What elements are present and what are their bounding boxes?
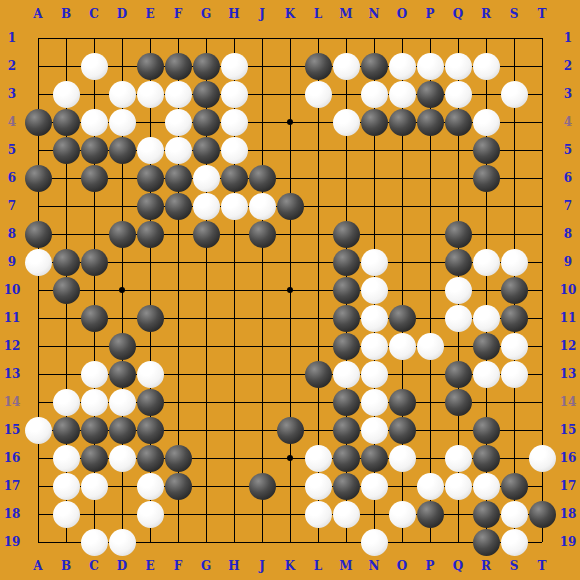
- intersection-s7[interactable]: [500, 192, 528, 220]
- intersection-n3[interactable]: [360, 80, 388, 108]
- intersection-t7[interactable]: [528, 192, 556, 220]
- intersection-h13[interactable]: [220, 360, 248, 388]
- intersection-s3[interactable]: [500, 80, 528, 108]
- intersection-h5[interactable]: [220, 136, 248, 164]
- black-stone-c16[interactable]: [81, 445, 108, 472]
- white-stone-r2[interactable]: [473, 53, 500, 80]
- black-stone-s17[interactable]: [501, 473, 528, 500]
- intersection-g7[interactable]: [192, 192, 220, 220]
- intersection-s9[interactable]: [500, 248, 528, 276]
- intersection-b14[interactable]: [52, 388, 80, 416]
- intersection-a8[interactable]: [24, 220, 52, 248]
- black-stone-k7[interactable]: [277, 193, 304, 220]
- intersection-c3[interactable]: [80, 80, 108, 108]
- white-stone-s18[interactable]: [501, 501, 528, 528]
- intersection-p8[interactable]: [416, 220, 444, 248]
- intersection-k12[interactable]: [276, 332, 304, 360]
- intersection-k8[interactable]: [276, 220, 304, 248]
- white-stone-l17[interactable]: [305, 473, 332, 500]
- black-stone-n16[interactable]: [361, 445, 388, 472]
- black-stone-b15[interactable]: [53, 417, 80, 444]
- intersection-j18[interactable]: [248, 500, 276, 528]
- intersection-o10[interactable]: [388, 276, 416, 304]
- black-stone-f7[interactable]: [165, 193, 192, 220]
- white-stone-f5[interactable]: [165, 137, 192, 164]
- intersection-a4[interactable]: [24, 108, 52, 136]
- intersection-k16[interactable]: [276, 444, 304, 472]
- intersection-c2[interactable]: [80, 52, 108, 80]
- white-stone-p2[interactable]: [417, 53, 444, 80]
- intersection-a6[interactable]: [24, 164, 52, 192]
- intersection-p7[interactable]: [416, 192, 444, 220]
- intersection-l5[interactable]: [304, 136, 332, 164]
- black-stone-b5[interactable]: [53, 137, 80, 164]
- intersection-m14[interactable]: [332, 388, 360, 416]
- intersection-o2[interactable]: [388, 52, 416, 80]
- intersection-c17[interactable]: [80, 472, 108, 500]
- black-stone-g5[interactable]: [193, 137, 220, 164]
- black-stone-s11[interactable]: [501, 305, 528, 332]
- intersection-b5[interactable]: [52, 136, 80, 164]
- intersection-r13[interactable]: [472, 360, 500, 388]
- intersection-b18[interactable]: [52, 500, 80, 528]
- intersection-t16[interactable]: [528, 444, 556, 472]
- intersection-l14[interactable]: [304, 388, 332, 416]
- intersection-r8[interactable]: [472, 220, 500, 248]
- intersection-g11[interactable]: [192, 304, 220, 332]
- intersection-m19[interactable]: [332, 528, 360, 556]
- black-stone-q8[interactable]: [445, 221, 472, 248]
- intersection-m8[interactable]: [332, 220, 360, 248]
- intersection-d10[interactable]: [108, 276, 136, 304]
- intersection-l13[interactable]: [304, 360, 332, 388]
- intersection-e3[interactable]: [136, 80, 164, 108]
- intersection-t8[interactable]: [528, 220, 556, 248]
- black-stone-o11[interactable]: [389, 305, 416, 332]
- intersection-n12[interactable]: [360, 332, 388, 360]
- black-stone-f6[interactable]: [165, 165, 192, 192]
- intersection-f13[interactable]: [164, 360, 192, 388]
- white-stone-n19[interactable]: [361, 529, 388, 556]
- intersection-e4[interactable]: [136, 108, 164, 136]
- intersection-c13[interactable]: [80, 360, 108, 388]
- intersection-j6[interactable]: [248, 164, 276, 192]
- intersection-e6[interactable]: [136, 164, 164, 192]
- intersection-q12[interactable]: [444, 332, 472, 360]
- intersection-n7[interactable]: [360, 192, 388, 220]
- intersection-s4[interactable]: [500, 108, 528, 136]
- intersection-n8[interactable]: [360, 220, 388, 248]
- black-stone-e14[interactable]: [137, 389, 164, 416]
- intersection-e2[interactable]: [136, 52, 164, 80]
- intersection-c19[interactable]: [80, 528, 108, 556]
- intersection-n19[interactable]: [360, 528, 388, 556]
- intersection-p16[interactable]: [416, 444, 444, 472]
- intersection-p13[interactable]: [416, 360, 444, 388]
- intersection-e8[interactable]: [136, 220, 164, 248]
- intersection-n11[interactable]: [360, 304, 388, 332]
- intersection-c4[interactable]: [80, 108, 108, 136]
- intersection-k9[interactable]: [276, 248, 304, 276]
- intersection-f8[interactable]: [164, 220, 192, 248]
- white-stone-m2[interactable]: [333, 53, 360, 80]
- intersection-g5[interactable]: [192, 136, 220, 164]
- white-stone-c4[interactable]: [81, 109, 108, 136]
- black-stone-d5[interactable]: [109, 137, 136, 164]
- intersection-b13[interactable]: [52, 360, 80, 388]
- intersection-l17[interactable]: [304, 472, 332, 500]
- white-stone-r17[interactable]: [473, 473, 500, 500]
- intersection-e12[interactable]: [136, 332, 164, 360]
- intersection-l9[interactable]: [304, 248, 332, 276]
- intersection-l12[interactable]: [304, 332, 332, 360]
- intersection-h7[interactable]: [220, 192, 248, 220]
- intersection-e17[interactable]: [136, 472, 164, 500]
- white-stone-f3[interactable]: [165, 81, 192, 108]
- black-stone-m15[interactable]: [333, 417, 360, 444]
- intersection-b1[interactable]: [52, 24, 80, 52]
- black-stone-r15[interactable]: [473, 417, 500, 444]
- intersection-a7[interactable]: [24, 192, 52, 220]
- intersection-s13[interactable]: [500, 360, 528, 388]
- intersection-h4[interactable]: [220, 108, 248, 136]
- intersection-j16[interactable]: [248, 444, 276, 472]
- white-stone-d3[interactable]: [109, 81, 136, 108]
- white-stone-e17[interactable]: [137, 473, 164, 500]
- intersection-a12[interactable]: [24, 332, 52, 360]
- intersection-o8[interactable]: [388, 220, 416, 248]
- intersection-c12[interactable]: [80, 332, 108, 360]
- intersection-r7[interactable]: [472, 192, 500, 220]
- white-stone-n13[interactable]: [361, 361, 388, 388]
- intersection-c15[interactable]: [80, 416, 108, 444]
- black-stone-a4[interactable]: [25, 109, 52, 136]
- intersection-q19[interactable]: [444, 528, 472, 556]
- intersection-j8[interactable]: [248, 220, 276, 248]
- white-stone-b14[interactable]: [53, 389, 80, 416]
- black-stone-n2[interactable]: [361, 53, 388, 80]
- intersection-f2[interactable]: [164, 52, 192, 80]
- intersection-o19[interactable]: [388, 528, 416, 556]
- intersection-o18[interactable]: [388, 500, 416, 528]
- black-stone-p18[interactable]: [417, 501, 444, 528]
- intersection-m5[interactable]: [332, 136, 360, 164]
- intersection-j4[interactable]: [248, 108, 276, 136]
- intersection-n4[interactable]: [360, 108, 388, 136]
- intersection-e5[interactable]: [136, 136, 164, 164]
- intersection-e10[interactable]: [136, 276, 164, 304]
- white-stone-n11[interactable]: [361, 305, 388, 332]
- intersection-h19[interactable]: [220, 528, 248, 556]
- white-stone-s19[interactable]: [501, 529, 528, 556]
- white-stone-m13[interactable]: [333, 361, 360, 388]
- intersection-c10[interactable]: [80, 276, 108, 304]
- intersection-a14[interactable]: [24, 388, 52, 416]
- intersection-j5[interactable]: [248, 136, 276, 164]
- white-stone-e3[interactable]: [137, 81, 164, 108]
- intersection-b4[interactable]: [52, 108, 80, 136]
- black-stone-r19[interactable]: [473, 529, 500, 556]
- intersection-r1[interactable]: [472, 24, 500, 52]
- intersection-j10[interactable]: [248, 276, 276, 304]
- intersection-n17[interactable]: [360, 472, 388, 500]
- intersection-c18[interactable]: [80, 500, 108, 528]
- intersection-q5[interactable]: [444, 136, 472, 164]
- intersection-p19[interactable]: [416, 528, 444, 556]
- black-stone-f16[interactable]: [165, 445, 192, 472]
- white-stone-n17[interactable]: [361, 473, 388, 500]
- intersection-t17[interactable]: [528, 472, 556, 500]
- black-stone-e8[interactable]: [137, 221, 164, 248]
- intersection-a18[interactable]: [24, 500, 52, 528]
- white-stone-m4[interactable]: [333, 109, 360, 136]
- intersection-e7[interactable]: [136, 192, 164, 220]
- black-stone-j6[interactable]: [249, 165, 276, 192]
- intersection-a19[interactable]: [24, 528, 52, 556]
- intersection-o9[interactable]: [388, 248, 416, 276]
- intersection-e16[interactable]: [136, 444, 164, 472]
- white-stone-r11[interactable]: [473, 305, 500, 332]
- black-stone-m10[interactable]: [333, 277, 360, 304]
- white-stone-o16[interactable]: [389, 445, 416, 472]
- intersection-a15[interactable]: [24, 416, 52, 444]
- intersection-d7[interactable]: [108, 192, 136, 220]
- intersection-o7[interactable]: [388, 192, 416, 220]
- intersection-a17[interactable]: [24, 472, 52, 500]
- intersection-a1[interactable]: [24, 24, 52, 52]
- intersection-c11[interactable]: [80, 304, 108, 332]
- intersection-q4[interactable]: [444, 108, 472, 136]
- intersection-r14[interactable]: [472, 388, 500, 416]
- black-stone-o4[interactable]: [389, 109, 416, 136]
- intersection-f14[interactable]: [164, 388, 192, 416]
- black-stone-c11[interactable]: [81, 305, 108, 332]
- intersection-r5[interactable]: [472, 136, 500, 164]
- intersection-g2[interactable]: [192, 52, 220, 80]
- intersection-n1[interactable]: [360, 24, 388, 52]
- intersection-p11[interactable]: [416, 304, 444, 332]
- intersection-b10[interactable]: [52, 276, 80, 304]
- intersection-c8[interactable]: [80, 220, 108, 248]
- intersection-r3[interactable]: [472, 80, 500, 108]
- intersection-c16[interactable]: [80, 444, 108, 472]
- intersection-b9[interactable]: [52, 248, 80, 276]
- black-stone-c6[interactable]: [81, 165, 108, 192]
- intersection-f16[interactable]: [164, 444, 192, 472]
- intersection-e11[interactable]: [136, 304, 164, 332]
- intersection-m11[interactable]: [332, 304, 360, 332]
- intersection-f6[interactable]: [164, 164, 192, 192]
- black-stone-r5[interactable]: [473, 137, 500, 164]
- intersection-m9[interactable]: [332, 248, 360, 276]
- intersection-e15[interactable]: [136, 416, 164, 444]
- intersection-r6[interactable]: [472, 164, 500, 192]
- intersection-s17[interactable]: [500, 472, 528, 500]
- intersection-t12[interactable]: [528, 332, 556, 360]
- intersection-f3[interactable]: [164, 80, 192, 108]
- black-stone-d8[interactable]: [109, 221, 136, 248]
- white-stone-n12[interactable]: [361, 333, 388, 360]
- intersection-o16[interactable]: [388, 444, 416, 472]
- intersection-a5[interactable]: [24, 136, 52, 164]
- black-stone-r12[interactable]: [473, 333, 500, 360]
- intersection-k19[interactable]: [276, 528, 304, 556]
- intersection-b8[interactable]: [52, 220, 80, 248]
- intersection-o15[interactable]: [388, 416, 416, 444]
- intersection-j14[interactable]: [248, 388, 276, 416]
- intersection-g1[interactable]: [192, 24, 220, 52]
- white-stone-h3[interactable]: [221, 81, 248, 108]
- intersection-h17[interactable]: [220, 472, 248, 500]
- white-stone-o18[interactable]: [389, 501, 416, 528]
- black-stone-o14[interactable]: [389, 389, 416, 416]
- black-stone-e7[interactable]: [137, 193, 164, 220]
- white-stone-o3[interactable]: [389, 81, 416, 108]
- intersection-a10[interactable]: [24, 276, 52, 304]
- intersection-f1[interactable]: [164, 24, 192, 52]
- white-stone-a15[interactable]: [25, 417, 52, 444]
- intersection-r9[interactable]: [472, 248, 500, 276]
- intersection-q7[interactable]: [444, 192, 472, 220]
- intersection-p3[interactable]: [416, 80, 444, 108]
- intersection-l19[interactable]: [304, 528, 332, 556]
- intersection-p14[interactable]: [416, 388, 444, 416]
- black-stone-s10[interactable]: [501, 277, 528, 304]
- black-stone-p3[interactable]: [417, 81, 444, 108]
- white-stone-n3[interactable]: [361, 81, 388, 108]
- intersection-p9[interactable]: [416, 248, 444, 276]
- intersection-l6[interactable]: [304, 164, 332, 192]
- intersection-q10[interactable]: [444, 276, 472, 304]
- white-stone-h5[interactable]: [221, 137, 248, 164]
- intersection-t10[interactable]: [528, 276, 556, 304]
- intersection-s8[interactable]: [500, 220, 528, 248]
- intersection-s16[interactable]: [500, 444, 528, 472]
- black-stone-m11[interactable]: [333, 305, 360, 332]
- black-stone-m17[interactable]: [333, 473, 360, 500]
- white-stone-l16[interactable]: [305, 445, 332, 472]
- intersection-f19[interactable]: [164, 528, 192, 556]
- intersection-d3[interactable]: [108, 80, 136, 108]
- black-stone-d13[interactable]: [109, 361, 136, 388]
- intersection-d4[interactable]: [108, 108, 136, 136]
- white-stone-q3[interactable]: [445, 81, 472, 108]
- intersection-d9[interactable]: [108, 248, 136, 276]
- intersection-h18[interactable]: [220, 500, 248, 528]
- intersection-f11[interactable]: [164, 304, 192, 332]
- intersection-j9[interactable]: [248, 248, 276, 276]
- intersection-b16[interactable]: [52, 444, 80, 472]
- white-stone-l3[interactable]: [305, 81, 332, 108]
- white-stone-n10[interactable]: [361, 277, 388, 304]
- black-stone-e6[interactable]: [137, 165, 164, 192]
- intersection-r15[interactable]: [472, 416, 500, 444]
- white-stone-e13[interactable]: [137, 361, 164, 388]
- black-stone-f2[interactable]: [165, 53, 192, 80]
- intersection-g9[interactable]: [192, 248, 220, 276]
- black-stone-t18[interactable]: [529, 501, 556, 528]
- intersection-n18[interactable]: [360, 500, 388, 528]
- intersection-d14[interactable]: [108, 388, 136, 416]
- intersection-p6[interactable]: [416, 164, 444, 192]
- intersection-l3[interactable]: [304, 80, 332, 108]
- intersection-m7[interactable]: [332, 192, 360, 220]
- black-stone-a8[interactable]: [25, 221, 52, 248]
- black-stone-a6[interactable]: [25, 165, 52, 192]
- black-stone-c5[interactable]: [81, 137, 108, 164]
- intersection-f7[interactable]: [164, 192, 192, 220]
- intersection-t13[interactable]: [528, 360, 556, 388]
- white-stone-s3[interactable]: [501, 81, 528, 108]
- white-stone-q2[interactable]: [445, 53, 472, 80]
- intersection-n5[interactable]: [360, 136, 388, 164]
- white-stone-l18[interactable]: [305, 501, 332, 528]
- intersection-d17[interactable]: [108, 472, 136, 500]
- intersection-o13[interactable]: [388, 360, 416, 388]
- black-stone-p4[interactable]: [417, 109, 444, 136]
- intersection-m18[interactable]: [332, 500, 360, 528]
- white-stone-e5[interactable]: [137, 137, 164, 164]
- intersection-q8[interactable]: [444, 220, 472, 248]
- black-stone-n4[interactable]: [361, 109, 388, 136]
- intersection-t18[interactable]: [528, 500, 556, 528]
- white-stone-c17[interactable]: [81, 473, 108, 500]
- black-stone-c9[interactable]: [81, 249, 108, 276]
- intersection-j17[interactable]: [248, 472, 276, 500]
- black-stone-g4[interactable]: [193, 109, 220, 136]
- black-stone-e2[interactable]: [137, 53, 164, 80]
- intersection-r10[interactable]: [472, 276, 500, 304]
- intersection-s5[interactable]: [500, 136, 528, 164]
- intersection-r4[interactable]: [472, 108, 500, 136]
- intersection-e9[interactable]: [136, 248, 164, 276]
- black-stone-d15[interactable]: [109, 417, 136, 444]
- white-stone-h4[interactable]: [221, 109, 248, 136]
- intersection-l18[interactable]: [304, 500, 332, 528]
- white-stone-d16[interactable]: [109, 445, 136, 472]
- white-stone-j7[interactable]: [249, 193, 276, 220]
- black-stone-m14[interactable]: [333, 389, 360, 416]
- intersection-d16[interactable]: [108, 444, 136, 472]
- intersection-m6[interactable]: [332, 164, 360, 192]
- white-stone-b3[interactable]: [53, 81, 80, 108]
- intersection-t9[interactable]: [528, 248, 556, 276]
- intersection-b7[interactable]: [52, 192, 80, 220]
- intersection-d1[interactable]: [108, 24, 136, 52]
- intersection-h2[interactable]: [220, 52, 248, 80]
- white-stone-r13[interactable]: [473, 361, 500, 388]
- intersection-g8[interactable]: [192, 220, 220, 248]
- intersection-m15[interactable]: [332, 416, 360, 444]
- black-stone-o15[interactable]: [389, 417, 416, 444]
- white-stone-q10[interactable]: [445, 277, 472, 304]
- intersection-c6[interactable]: [80, 164, 108, 192]
- intersection-l1[interactable]: [304, 24, 332, 52]
- intersection-t15[interactable]: [528, 416, 556, 444]
- white-stone-c14[interactable]: [81, 389, 108, 416]
- intersection-m2[interactable]: [332, 52, 360, 80]
- intersection-n2[interactable]: [360, 52, 388, 80]
- intersection-p4[interactable]: [416, 108, 444, 136]
- black-stone-h6[interactable]: [221, 165, 248, 192]
- intersection-o5[interactable]: [388, 136, 416, 164]
- intersection-b3[interactable]: [52, 80, 80, 108]
- intersection-s12[interactable]: [500, 332, 528, 360]
- intersection-f4[interactable]: [164, 108, 192, 136]
- intersection-n15[interactable]: [360, 416, 388, 444]
- intersection-q18[interactable]: [444, 500, 472, 528]
- white-stone-n9[interactable]: [361, 249, 388, 276]
